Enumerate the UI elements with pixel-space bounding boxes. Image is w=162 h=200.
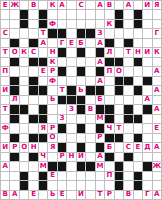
cell-r10c17[interactable]: А bbox=[153, 86, 161, 94]
cell-r13c7[interactable]: З bbox=[58, 115, 66, 123]
cell-r1c10[interactable] bbox=[86, 1, 94, 9]
cell-r6c1[interactable]: Т bbox=[1, 48, 9, 56]
cell-r3c11[interactable] bbox=[96, 20, 104, 28]
cell-r1c2[interactable]: Ж bbox=[10, 1, 18, 9]
cell-r11c15[interactable] bbox=[134, 96, 142, 104]
cell-r12c1[interactable]: Т bbox=[1, 105, 9, 113]
cell-r7c1[interactable] bbox=[1, 58, 9, 66]
cell-r16c17[interactable]: А bbox=[153, 143, 161, 151]
cell-r17c5[interactable]: Ч bbox=[39, 153, 47, 161]
cell-r13c8[interactable] bbox=[67, 115, 75, 123]
cell-r19c10[interactable] bbox=[86, 172, 94, 180]
black-cell-r7c4 bbox=[29, 58, 37, 66]
cell-r9c8[interactable] bbox=[67, 77, 75, 85]
cell-r17c9[interactable]: И bbox=[77, 153, 85, 161]
black-cell-r7c2 bbox=[10, 58, 18, 66]
cell-r2c6[interactable] bbox=[48, 10, 56, 18]
cell-r15c6[interactable]: О bbox=[48, 134, 56, 142]
cell-r19c2[interactable] bbox=[10, 172, 18, 180]
cell-r20c14[interactable] bbox=[124, 181, 132, 189]
cell-r8c15[interactable] bbox=[134, 67, 142, 75]
cell-r16c1[interactable]: И bbox=[1, 143, 9, 151]
cell-r11c6[interactable]: Ь bbox=[48, 96, 56, 104]
cell-r8c1[interactable]: П bbox=[1, 67, 9, 75]
cell-r19c14[interactable] bbox=[124, 172, 132, 180]
cell-r10c7[interactable]: Т bbox=[58, 86, 66, 94]
cell-r12c7[interactable] bbox=[58, 105, 66, 113]
cell-r7c11[interactable]: А bbox=[96, 58, 104, 66]
cell-r19c6[interactable]: Е bbox=[48, 172, 56, 180]
black-cell-r10c8 bbox=[67, 86, 75, 94]
cell-r20c9[interactable] bbox=[77, 181, 85, 189]
cell-r1c13[interactable] bbox=[115, 1, 123, 9]
cell-r14c10[interactable] bbox=[86, 124, 94, 132]
cell-r18c1[interactable]: А bbox=[1, 162, 9, 170]
cell-r17c16[interactable] bbox=[143, 153, 151, 161]
cell-r7c10[interactable] bbox=[86, 58, 94, 66]
cell-r12c13[interactable] bbox=[115, 105, 123, 113]
cell-r18c8[interactable] bbox=[67, 162, 75, 170]
cell-r3c4[interactable] bbox=[29, 20, 37, 28]
cell-r4c3[interactable] bbox=[20, 29, 28, 37]
cell-r18c5[interactable]: М bbox=[39, 162, 47, 170]
cell-r14c3[interactable] bbox=[20, 124, 28, 132]
cell-r1c12[interactable]: В bbox=[105, 1, 113, 9]
cell-r9c10[interactable] bbox=[86, 77, 94, 85]
black-cell-r15c4 bbox=[29, 134, 37, 142]
cell-r14c2[interactable] bbox=[10, 124, 18, 132]
cell-r14c6[interactable]: Р bbox=[48, 124, 56, 132]
cell-r4c15[interactable] bbox=[134, 29, 142, 37]
cell-r18c11[interactable]: М bbox=[96, 162, 104, 170]
cell-r21c17[interactable]: А bbox=[153, 191, 161, 199]
cell-r7c7[interactable] bbox=[58, 58, 66, 66]
cell-r7c17[interactable] bbox=[153, 58, 161, 66]
cell-r21c6[interactable]: Ь bbox=[48, 191, 56, 199]
cell-r5c13[interactable] bbox=[115, 39, 123, 47]
cell-r21c5[interactable] bbox=[39, 191, 47, 199]
cell-r8c10[interactable] bbox=[86, 67, 94, 75]
cell-r11c2[interactable]: Л bbox=[10, 96, 18, 104]
cell-r1c7[interactable]: А bbox=[58, 1, 66, 9]
cell-r3c14[interactable] bbox=[124, 20, 132, 28]
black-cell-r7c15 bbox=[134, 58, 142, 66]
cell-r21c15[interactable] bbox=[134, 191, 142, 199]
cell-r16c14[interactable]: С bbox=[124, 143, 132, 151]
cell-r6c4[interactable]: С bbox=[29, 48, 37, 56]
cell-r21c3[interactable] bbox=[20, 191, 28, 199]
cell-r15c10[interactable] bbox=[86, 134, 94, 142]
cell-r8c2[interactable] bbox=[10, 67, 18, 75]
black-cell-r14c9 bbox=[77, 124, 85, 132]
cell-r14c5[interactable]: Я bbox=[39, 124, 47, 132]
cell-r15c16[interactable] bbox=[143, 134, 151, 142]
cell-r12c10[interactable]: В bbox=[86, 105, 94, 113]
cell-r21c10[interactable] bbox=[86, 191, 94, 199]
cell-r2c10[interactable] bbox=[86, 10, 94, 18]
cell-r15c11[interactable]: Р bbox=[96, 134, 104, 142]
cell-r7c9[interactable] bbox=[77, 58, 85, 66]
cell-r20c7[interactable] bbox=[58, 181, 66, 189]
cell-r1c6[interactable]: К bbox=[48, 1, 56, 9]
cell-r21c7[interactable]: Е bbox=[58, 191, 66, 199]
cell-r21c13[interactable] bbox=[115, 191, 123, 199]
cell-r16c2[interactable]: Р bbox=[10, 143, 18, 151]
cell-r17c17[interactable] bbox=[153, 153, 161, 161]
cell-r13c10[interactable] bbox=[86, 115, 94, 123]
cell-r18c17[interactable]: Ж bbox=[153, 162, 161, 170]
cell-r11c1[interactable] bbox=[1, 96, 9, 104]
cell-r21c9[interactable]: И bbox=[77, 191, 85, 199]
cell-r17c7[interactable]: Р bbox=[58, 153, 66, 161]
cell-r9c3[interactable] bbox=[20, 77, 28, 85]
black-cell-r6c7 bbox=[58, 48, 66, 56]
cell-r3c1[interactable] bbox=[1, 20, 9, 28]
cell-r4c13[interactable] bbox=[115, 29, 123, 37]
cell-r5c6[interactable] bbox=[48, 39, 56, 47]
black-cell-r12c12 bbox=[105, 105, 113, 113]
cell-r21c1[interactable]: В bbox=[1, 191, 9, 199]
cell-r17c15[interactable] bbox=[134, 153, 142, 161]
cell-r2c8[interactable] bbox=[67, 10, 75, 18]
cell-r13c1[interactable] bbox=[1, 115, 9, 123]
cell-r14c15[interactable] bbox=[134, 124, 142, 132]
cell-r16c10[interactable] bbox=[86, 143, 94, 151]
cell-r11c12[interactable] bbox=[105, 96, 113, 104]
cell-r6c3[interactable]: К bbox=[20, 48, 28, 56]
cell-r15c8[interactable] bbox=[67, 134, 75, 142]
cell-r1c15[interactable] bbox=[134, 1, 142, 9]
cell-r15c7[interactable] bbox=[58, 134, 66, 142]
cell-r16c8[interactable] bbox=[67, 143, 75, 151]
cell-r16c15[interactable]: Е bbox=[134, 143, 142, 151]
black-cell-r4c10 bbox=[86, 29, 94, 37]
cell-r19c16[interactable] bbox=[143, 172, 151, 180]
cell-r21c4[interactable]: Е bbox=[29, 191, 37, 199]
black-cell-r14c11 bbox=[96, 124, 104, 132]
cell-r19c4[interactable] bbox=[29, 172, 37, 180]
cell-r9c12[interactable] bbox=[105, 77, 113, 85]
cell-r5c15[interactable] bbox=[134, 39, 142, 47]
cell-r20c8[interactable] bbox=[67, 181, 75, 189]
cell-r4c1[interactable]: С bbox=[1, 29, 9, 37]
cell-r5c9[interactable]: Б bbox=[77, 39, 85, 47]
cell-r1c11[interactable]: А bbox=[96, 1, 104, 9]
cell-r6c10[interactable] bbox=[86, 48, 94, 56]
cell-r20c6[interactable] bbox=[48, 181, 56, 189]
cell-r8c5[interactable]: Е bbox=[39, 67, 47, 75]
cell-r7c16[interactable] bbox=[143, 58, 151, 66]
cell-r13c17[interactable] bbox=[153, 115, 161, 123]
cell-r3c17[interactable] bbox=[153, 20, 161, 28]
cell-r6c8[interactable] bbox=[67, 48, 75, 56]
cell-r6c15[interactable]: Н bbox=[134, 48, 142, 56]
black-cell-r3c3 bbox=[20, 20, 28, 28]
cell-r6c6[interactable]: Н bbox=[48, 48, 56, 56]
cell-r2c11[interactable] bbox=[96, 10, 104, 18]
cell-r8c17[interactable]: А bbox=[153, 67, 161, 75]
cell-r2c9[interactable] bbox=[77, 10, 85, 18]
cell-r14c13[interactable]: Т bbox=[115, 124, 123, 132]
cell-r21c2[interactable]: А bbox=[10, 191, 18, 199]
cell-r16c6[interactable]: Я bbox=[48, 143, 56, 151]
black-cell-r10c10 bbox=[86, 86, 94, 94]
cell-r2c14[interactable] bbox=[124, 10, 132, 18]
cell-r15c9[interactable] bbox=[77, 134, 85, 142]
black-cell-r7c12 bbox=[105, 58, 113, 66]
cell-r15c3[interactable] bbox=[20, 134, 28, 142]
cell-r11c14[interactable] bbox=[124, 96, 132, 104]
cell-r5c11[interactable]: А bbox=[96, 39, 104, 47]
cell-r21c8[interactable] bbox=[67, 191, 75, 199]
cell-r3c10[interactable] bbox=[86, 20, 94, 28]
black-cell-r2c15 bbox=[134, 10, 142, 18]
cell-r8c6[interactable]: Р bbox=[48, 67, 56, 75]
cell-r19c1[interactable] bbox=[1, 172, 9, 180]
cell-r11c3[interactable] bbox=[20, 96, 28, 104]
black-cell-r15c5 bbox=[39, 134, 47, 142]
cell-r18c14[interactable] bbox=[124, 162, 132, 170]
black-cell-r19c3 bbox=[20, 172, 28, 180]
cell-r4c5[interactable]: Т bbox=[39, 29, 47, 37]
black-cell-r3c5 bbox=[39, 20, 47, 28]
cell-r10c9[interactable]: Ь bbox=[77, 86, 85, 94]
cell-r19c8[interactable] bbox=[67, 172, 75, 180]
cell-r9c6[interactable]: Ф bbox=[48, 77, 56, 85]
cell-r4c8[interactable] bbox=[67, 29, 75, 37]
cell-r11c17[interactable] bbox=[153, 96, 161, 104]
cell-r17c11[interactable]: А bbox=[96, 153, 104, 161]
cell-r5c10[interactable] bbox=[86, 39, 94, 47]
cell-r17c8[interactable]: Н bbox=[67, 153, 75, 161]
black-cell-r19c15 bbox=[134, 172, 142, 180]
cell-r8c12[interactable]: П bbox=[105, 67, 113, 75]
cell-r13c13[interactable] bbox=[115, 115, 123, 123]
cell-r11c10[interactable] bbox=[86, 96, 94, 104]
cell-r9c17[interactable] bbox=[153, 77, 161, 85]
cell-r1c8[interactable] bbox=[67, 1, 75, 9]
cell-r1c14[interactable]: А bbox=[124, 1, 132, 9]
cell-r19c11[interactable] bbox=[96, 172, 104, 180]
cell-r3c2[interactable] bbox=[10, 20, 18, 28]
cell-r12c15[interactable] bbox=[134, 105, 142, 113]
cell-r5c3[interactable] bbox=[20, 39, 28, 47]
cell-r9c1[interactable] bbox=[1, 77, 9, 85]
cell-r18c2[interactable] bbox=[10, 162, 18, 170]
cell-r13c11[interactable]: М bbox=[96, 115, 104, 123]
cell-r12c4[interactable] bbox=[29, 105, 37, 113]
cell-r1c9[interactable]: С bbox=[77, 1, 85, 9]
cell-r12c8[interactable]: З bbox=[67, 105, 75, 113]
cell-r15c1[interactable] bbox=[1, 134, 9, 142]
cell-r17c1[interactable] bbox=[1, 153, 9, 161]
cell-r2c16[interactable] bbox=[143, 10, 151, 18]
cell-r16c5[interactable] bbox=[39, 143, 47, 151]
cell-r10c14[interactable] bbox=[124, 86, 132, 94]
cell-r21c11[interactable]: Т bbox=[96, 191, 104, 199]
cell-r16c3[interactable]: О bbox=[20, 143, 28, 151]
cell-r16c12[interactable]: Б bbox=[105, 143, 113, 151]
cell-r14c14[interactable] bbox=[124, 124, 132, 132]
cell-r5c7[interactable]: Г bbox=[58, 39, 66, 47]
cell-r9c15[interactable] bbox=[134, 77, 142, 85]
cell-r9c7[interactable] bbox=[58, 77, 66, 85]
cell-r9c5[interactable] bbox=[39, 77, 47, 85]
cell-r10c1[interactable]: И bbox=[1, 86, 9, 94]
cell-r8c3[interactable] bbox=[20, 67, 28, 75]
cell-r12c17[interactable]: А bbox=[153, 105, 161, 113]
cell-r13c9[interactable] bbox=[77, 115, 85, 123]
cell-r14c8[interactable] bbox=[67, 124, 75, 132]
cell-r20c12[interactable] bbox=[105, 181, 113, 189]
cell-r5c1[interactable] bbox=[1, 39, 9, 47]
cell-r6c16[interactable]: И bbox=[143, 48, 151, 56]
cell-r4c12[interactable] bbox=[105, 29, 113, 37]
cell-r14c17[interactable]: Е bbox=[153, 124, 161, 132]
cell-r19c7[interactable] bbox=[58, 172, 66, 180]
black-cell-r5c14 bbox=[124, 39, 132, 47]
cell-r11c4[interactable] bbox=[29, 96, 37, 104]
cell-r20c17[interactable] bbox=[153, 181, 161, 189]
cell-r20c10[interactable] bbox=[86, 181, 94, 189]
cell-r16c13[interactable] bbox=[115, 143, 123, 151]
cell-r14c12[interactable]: Ч bbox=[105, 124, 113, 132]
cell-r20c16[interactable] bbox=[143, 181, 151, 189]
cell-r2c1[interactable] bbox=[1, 10, 9, 18]
cell-r8c16[interactable] bbox=[143, 67, 151, 75]
black-cell-r7c13 bbox=[115, 58, 123, 66]
black-cell-r8c11 bbox=[96, 67, 104, 75]
cell-r4c11[interactable]: З bbox=[96, 29, 104, 37]
cell-r8c14[interactable] bbox=[124, 67, 132, 75]
cell-r13c3[interactable] bbox=[20, 115, 28, 123]
cell-r7c3[interactable] bbox=[20, 58, 28, 66]
cell-r9c9[interactable] bbox=[77, 77, 85, 85]
cell-r4c4[interactable] bbox=[29, 29, 37, 37]
cell-r21c14[interactable]: В bbox=[124, 191, 132, 199]
black-cell-r9c16 bbox=[143, 77, 151, 85]
cell-r2c4[interactable] bbox=[29, 10, 37, 18]
black-cell-r10c11 bbox=[96, 86, 104, 94]
cell-r17c10[interactable] bbox=[86, 153, 94, 161]
cell-r17c13[interactable] bbox=[115, 153, 123, 161]
cell-r20c2[interactable] bbox=[10, 181, 18, 189]
cell-r3c16[interactable] bbox=[143, 20, 151, 28]
cell-r3c7[interactable] bbox=[58, 20, 66, 28]
cell-r5c17[interactable] bbox=[153, 39, 161, 47]
cell-r1c4[interactable]: В bbox=[29, 1, 37, 9]
black-cell-r20c13 bbox=[115, 181, 123, 189]
cell-r18c4[interactable] bbox=[29, 162, 37, 170]
black-cell-r7c5 bbox=[39, 58, 47, 66]
cell-r1c3[interactable] bbox=[20, 1, 28, 9]
black-cell-r5c12 bbox=[105, 39, 113, 47]
cell-r17c6[interactable] bbox=[48, 153, 56, 161]
cell-r20c1[interactable] bbox=[1, 181, 9, 189]
cell-r21c16[interactable]: Г bbox=[143, 191, 151, 199]
cell-r16c16[interactable]: Д bbox=[143, 143, 151, 151]
cell-r2c17[interactable] bbox=[153, 10, 161, 18]
cell-r10c12[interactable] bbox=[105, 86, 113, 94]
cell-r3c6[interactable]: Ф bbox=[48, 20, 56, 28]
black-cell-r13c2 bbox=[10, 115, 18, 123]
cell-r4c16[interactable] bbox=[143, 29, 151, 37]
cell-r20c4[interactable] bbox=[29, 181, 37, 189]
cell-r18c12[interactable] bbox=[105, 162, 113, 170]
cell-r18c15[interactable] bbox=[134, 162, 142, 170]
cell-r3c9[interactable] bbox=[77, 20, 85, 28]
cell-r12c6[interactable] bbox=[48, 105, 56, 113]
cell-r8c8[interactable] bbox=[67, 67, 75, 75]
cell-r19c9[interactable] bbox=[77, 172, 85, 180]
cell-r6c14[interactable]: Т bbox=[124, 48, 132, 56]
cell-r11c16[interactable]: А bbox=[143, 96, 151, 104]
cell-r21c12[interactable]: Р bbox=[105, 191, 113, 199]
cell-r9c11[interactable]: А bbox=[96, 77, 104, 85]
cell-r11c11[interactable]: Б bbox=[96, 96, 104, 104]
black-cell-r8c9 bbox=[77, 67, 85, 75]
cell-r7c14[interactable] bbox=[124, 58, 132, 66]
cell-r5c5[interactable]: А bbox=[39, 39, 47, 47]
cell-r8c13[interactable]: О bbox=[115, 67, 123, 75]
cell-r14c16[interactable] bbox=[143, 124, 151, 132]
cell-r2c12[interactable] bbox=[105, 10, 113, 18]
black-cell-r4c6 bbox=[48, 29, 56, 37]
cell-r3c8[interactable] bbox=[67, 20, 75, 28]
cell-r4c17[interactable]: Г bbox=[153, 29, 161, 37]
cell-r6c5[interactable] bbox=[39, 48, 47, 56]
cell-r1c1[interactable]: Е bbox=[1, 1, 9, 9]
cell-r13c6[interactable] bbox=[48, 115, 56, 123]
cell-r6c17[interactable]: К bbox=[153, 48, 161, 56]
cell-r14c4[interactable] bbox=[29, 124, 37, 132]
cell-r20c11[interactable] bbox=[96, 181, 104, 189]
black-cell-r17c2 bbox=[10, 153, 18, 161]
cell-r8c4[interactable] bbox=[29, 67, 37, 75]
cell-r15c14[interactable] bbox=[124, 134, 132, 142]
cell-r15c17[interactable] bbox=[153, 134, 161, 142]
cell-r16c4[interactable]: Н bbox=[29, 143, 37, 151]
cell-r19c12[interactable]: П bbox=[105, 172, 113, 180]
cell-r14c1[interactable]: Ф bbox=[1, 124, 9, 132]
cell-r1c16[interactable]: И bbox=[143, 1, 151, 9]
cell-r4c14[interactable] bbox=[124, 29, 132, 37]
cell-r6c2[interactable]: О bbox=[10, 48, 18, 56]
black-cell-r13c14 bbox=[124, 115, 132, 123]
cell-r6c13[interactable] bbox=[115, 48, 123, 56]
cell-r1c5[interactable] bbox=[39, 1, 47, 9]
cell-r11c5[interactable] bbox=[39, 96, 47, 104]
cell-r2c7[interactable] bbox=[58, 10, 66, 18]
cell-r18c3[interactable] bbox=[20, 162, 28, 170]
cell-r7c8[interactable] bbox=[67, 58, 75, 66]
cell-r2c2[interactable] bbox=[10, 10, 18, 18]
cell-r10c6[interactable] bbox=[48, 86, 56, 94]
cell-r11c13[interactable] bbox=[115, 96, 123, 104]
cell-r10c16[interactable] bbox=[143, 86, 151, 94]
cell-r17c3[interactable] bbox=[20, 153, 28, 161]
cell-r5c8[interactable]: Е bbox=[67, 39, 75, 47]
cell-r1c17[interactable]: Я bbox=[153, 1, 161, 9]
cell-r6c12[interactable]: Л bbox=[105, 48, 113, 56]
cell-r4c2[interactable] bbox=[10, 29, 18, 37]
cell-r5c16[interactable] bbox=[143, 39, 151, 47]
cell-r7c6[interactable]: К bbox=[48, 58, 56, 66]
cell-r19c17[interactable] bbox=[153, 172, 161, 180]
cell-r3c12[interactable]: К bbox=[105, 20, 113, 28]
cell-r10c3[interactable] bbox=[20, 86, 28, 94]
cell-r13c16[interactable] bbox=[143, 115, 151, 123]
